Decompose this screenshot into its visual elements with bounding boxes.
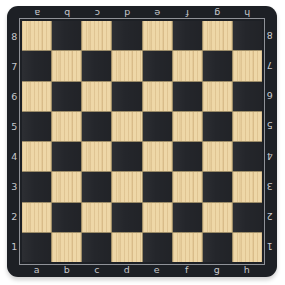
square-d4[interactable]: [112, 142, 141, 171]
square-f1[interactable]: [173, 233, 202, 262]
rank-label-6-right: 6: [262, 81, 277, 111]
square-d3[interactable]: [112, 172, 141, 201]
file-label-c-top: c: [82, 6, 112, 21]
square-f2[interactable]: [173, 203, 202, 232]
square-e7[interactable]: [143, 51, 172, 80]
square-c8[interactable]: [82, 21, 111, 50]
square-c6[interactable]: [82, 82, 111, 111]
square-h7[interactable]: [233, 51, 262, 80]
square-c3[interactable]: [82, 172, 111, 201]
square-h6[interactable]: [233, 82, 262, 111]
square-g1[interactable]: [203, 233, 232, 262]
rank-label-3-left: 3: [7, 172, 22, 202]
rank-labels-left: 87654321: [7, 21, 22, 262]
square-g5[interactable]: [203, 112, 232, 141]
file-label-d-top: d: [112, 6, 142, 21]
square-a4[interactable]: [22, 142, 51, 171]
square-a6[interactable]: [22, 82, 51, 111]
square-c2[interactable]: [82, 203, 111, 232]
rank-labels-right: 87654321: [262, 21, 277, 262]
rank-label-5-right: 5: [262, 111, 277, 141]
file-label-e-bottom: e: [142, 262, 172, 277]
file-labels-bottom: abcdefgh: [22, 262, 262, 277]
square-c5[interactable]: [82, 112, 111, 141]
square-h3[interactable]: [233, 172, 262, 201]
square-a1[interactable]: [22, 233, 51, 262]
file-label-b-bottom: b: [52, 262, 82, 277]
square-f7[interactable]: [173, 51, 202, 80]
rank-label-2-right: 2: [262, 202, 277, 232]
square-d6[interactable]: [112, 82, 141, 111]
square-a7[interactable]: [22, 51, 51, 80]
rank-label-7-left: 7: [7, 51, 22, 81]
rank-label-7-right: 7: [262, 51, 277, 81]
square-h8[interactable]: [233, 21, 262, 50]
rank-label-5-left: 5: [7, 111, 22, 141]
rank-label-8-left: 8: [7, 21, 22, 51]
file-label-g-bottom: g: [202, 262, 232, 277]
product-photo-background: abcdefgh abcdefgh 87654321 87654321: [0, 0, 285, 285]
square-c1[interactable]: [82, 233, 111, 262]
square-g7[interactable]: [203, 51, 232, 80]
square-g6[interactable]: [203, 82, 232, 111]
square-b3[interactable]: [52, 172, 81, 201]
square-e3[interactable]: [143, 172, 172, 201]
square-a2[interactable]: [22, 203, 51, 232]
square-e6[interactable]: [143, 82, 172, 111]
rank-label-3-right: 3: [262, 172, 277, 202]
square-d1[interactable]: [112, 233, 141, 262]
square-b8[interactable]: [52, 21, 81, 50]
square-d5[interactable]: [112, 112, 141, 141]
square-h1[interactable]: [233, 233, 262, 262]
square-g2[interactable]: [203, 203, 232, 232]
square-d2[interactable]: [112, 203, 141, 232]
file-label-a-top: a: [22, 6, 52, 21]
square-g3[interactable]: [203, 172, 232, 201]
file-labels-top: abcdefgh: [22, 6, 262, 21]
square-c4[interactable]: [82, 142, 111, 171]
square-f3[interactable]: [173, 172, 202, 201]
file-label-f-top: f: [172, 6, 202, 21]
board-grid: [22, 21, 262, 262]
square-b5[interactable]: [52, 112, 81, 141]
file-label-b-top: b: [52, 6, 82, 21]
file-label-h-bottom: h: [232, 262, 262, 277]
file-label-g-top: g: [202, 6, 232, 21]
file-label-a-bottom: a: [22, 262, 52, 277]
square-b7[interactable]: [52, 51, 81, 80]
file-label-d-bottom: d: [112, 262, 142, 277]
square-f4[interactable]: [173, 142, 202, 171]
rank-label-6-left: 6: [7, 81, 22, 111]
square-g4[interactable]: [203, 142, 232, 171]
rank-label-1-left: 1: [7, 232, 22, 262]
rank-label-1-right: 1: [262, 232, 277, 262]
square-b2[interactable]: [52, 203, 81, 232]
rank-label-4-right: 4: [262, 142, 277, 172]
playing-field: [22, 21, 262, 262]
file-label-e-top: e: [142, 6, 172, 21]
square-b4[interactable]: [52, 142, 81, 171]
square-e8[interactable]: [143, 21, 172, 50]
square-f8[interactable]: [173, 21, 202, 50]
square-h4[interactable]: [233, 142, 262, 171]
square-c7[interactable]: [82, 51, 111, 80]
square-b6[interactable]: [52, 82, 81, 111]
square-b1[interactable]: [52, 233, 81, 262]
square-f6[interactable]: [173, 82, 202, 111]
square-e4[interactable]: [143, 142, 172, 171]
square-a3[interactable]: [22, 172, 51, 201]
square-e5[interactable]: [143, 112, 172, 141]
square-g8[interactable]: [203, 21, 232, 50]
square-f5[interactable]: [173, 112, 202, 141]
rank-label-2-left: 2: [7, 202, 22, 232]
file-label-f-bottom: f: [172, 262, 202, 277]
rank-label-8-right: 8: [262, 21, 277, 51]
file-label-c-bottom: c: [82, 262, 112, 277]
square-d8[interactable]: [112, 21, 141, 50]
square-e2[interactable]: [143, 203, 172, 232]
square-h5[interactable]: [233, 112, 262, 141]
rank-label-4-left: 4: [7, 142, 22, 172]
square-h2[interactable]: [233, 203, 262, 232]
square-d7[interactable]: [112, 51, 141, 80]
file-label-h-top: h: [232, 6, 262, 21]
square-a8[interactable]: [22, 21, 51, 50]
square-a5[interactable]: [22, 112, 51, 141]
chess-board: abcdefgh abcdefgh 87654321 87654321: [7, 6, 277, 277]
square-e1[interactable]: [143, 233, 172, 262]
